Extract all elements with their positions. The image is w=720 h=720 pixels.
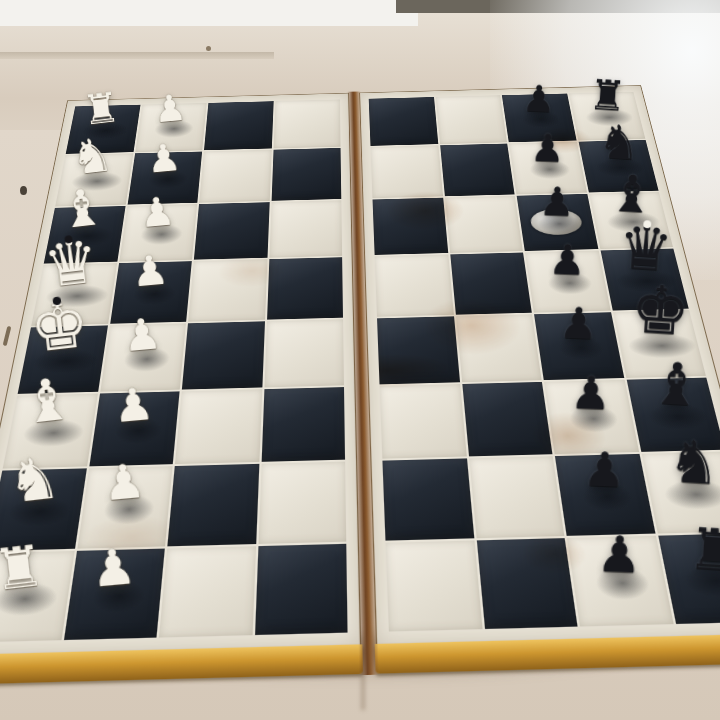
piece-white-pawn-f2[interactable]: ♟	[111, 381, 155, 429]
sill-mark	[20, 186, 27, 195]
square-b2[interactable]	[127, 152, 202, 205]
piece-black-pawn-e7[interactable]: ♟	[559, 302, 599, 346]
piece-black-pawn-h7[interactable]: ♟	[596, 529, 643, 580]
sill-edge-line	[0, 52, 274, 59]
chess-board: ♜♞♝♛♚♝♞♜♟♟♟♟♟♟♟♟♟♟♟♟♟♟♟♟♜♞♝♛♚♝♞♜	[0, 85, 720, 656]
square-a5[interactable]	[369, 97, 438, 146]
piece-black-knight-g8[interactable]: ♞	[666, 431, 720, 493]
square-b7[interactable]	[509, 142, 587, 195]
square-c8[interactable]	[589, 192, 673, 249]
piece-white-pawn-h2[interactable]: ♟	[89, 542, 138, 596]
piece-black-bishop-f8[interactable]: ♝	[648, 354, 703, 415]
square-a6[interactable]	[435, 95, 507, 144]
square-c7[interactable]	[517, 194, 598, 251]
square-c6[interactable]	[445, 196, 523, 253]
square-c4[interactable]	[269, 200, 342, 257]
piece-black-king-e8[interactable]: ♚	[629, 276, 692, 345]
square-c2[interactable]	[119, 204, 197, 262]
square-c3[interactable]	[194, 202, 269, 259]
piece-white-pawn-e2[interactable]: ♟	[121, 312, 163, 358]
piece-black-pawn-f7[interactable]: ♟	[570, 370, 612, 417]
piece-black-pawn-g7[interactable]: ♟	[583, 446, 627, 495]
piece-white-rook-h1[interactable]: ♜	[0, 536, 48, 598]
square-a3[interactable]	[204, 101, 273, 150]
square-c5[interactable]	[373, 198, 448, 255]
queen-finial-ball	[52, 296, 61, 305]
square-d5[interactable]	[375, 254, 454, 316]
square-b6[interactable]	[440, 144, 515, 197]
wall-top-white-band	[0, 0, 418, 26]
square-d3[interactable]	[188, 259, 267, 321]
square-b4[interactable]	[271, 148, 341, 201]
piece-white-bishop-f1[interactable]: ♝	[19, 370, 77, 433]
piece-white-pawn-g2[interactable]: ♟	[100, 457, 147, 508]
square-d6[interactable]	[450, 253, 532, 315]
piece-white-king-e1[interactable]: ♚	[27, 290, 93, 362]
square-b1[interactable]	[55, 153, 133, 206]
square-d4[interactable]	[267, 257, 343, 319]
piece-white-knight-g1[interactable]: ♞	[5, 448, 64, 512]
square-a2[interactable]	[135, 103, 207, 152]
square-b3[interactable]	[199, 150, 271, 203]
square-b8[interactable]	[578, 140, 658, 193]
square-a1[interactable]	[66, 105, 140, 154]
square-c1[interactable]	[44, 206, 125, 264]
square-b5[interactable]	[371, 145, 443, 198]
square-a8[interactable]	[568, 92, 645, 141]
piece-black-rook-h8[interactable]: ♜	[686, 519, 720, 579]
square-a7[interactable]	[502, 94, 576, 143]
sill-mark	[206, 46, 211, 51]
square-a4[interactable]	[273, 99, 340, 148]
